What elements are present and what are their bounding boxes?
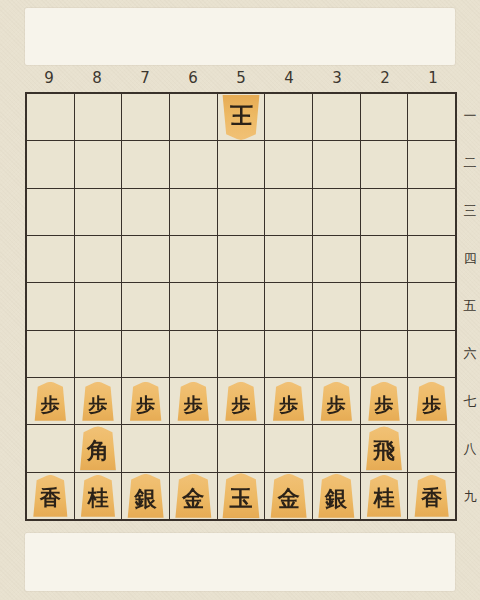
square-8e[interactable] — [75, 283, 122, 329]
square-7b[interactable] — [122, 141, 169, 187]
piece-sente-pawn[interactable]: 歩 — [129, 382, 163, 421]
file-label-2: 2 — [361, 66, 409, 90]
square-7e[interactable] — [122, 283, 169, 329]
piece-sente-bishop[interactable]: 角 — [78, 426, 117, 470]
rank-label-2: 二 — [460, 140, 480, 188]
square-4f[interactable] — [265, 331, 312, 377]
piece-sente-pawn[interactable]: 歩 — [224, 382, 258, 421]
square-8g[interactable]: 歩 — [75, 378, 122, 424]
square-3c[interactable] — [313, 189, 360, 235]
square-8d[interactable] — [75, 236, 122, 282]
piece-kanji: 歩 — [374, 389, 393, 414]
piece-kanji: 玉 — [229, 481, 252, 510]
square-9f[interactable] — [27, 331, 74, 377]
square-7g[interactable]: 歩 — [122, 378, 169, 424]
rank-label-5: 五 — [460, 283, 480, 331]
square-5c[interactable] — [218, 189, 265, 235]
square-1b[interactable] — [408, 141, 455, 187]
square-4h[interactable] — [265, 425, 312, 471]
rank-label-4: 四 — [460, 235, 480, 283]
square-6b[interactable] — [170, 141, 217, 187]
piece-sente-knight[interactable]: 桂 — [365, 475, 402, 517]
piece-sente-knight[interactable]: 桂 — [79, 475, 116, 517]
square-6c[interactable] — [170, 189, 217, 235]
square-5g[interactable]: 歩 — [218, 378, 265, 424]
rank-label-9: 九 — [460, 473, 480, 521]
square-1h[interactable] — [408, 425, 455, 471]
piece-sente-rook[interactable]: 飛 — [364, 426, 403, 470]
square-8f[interactable] — [75, 331, 122, 377]
square-6d[interactable] — [170, 236, 217, 282]
square-6f[interactable] — [170, 331, 217, 377]
piece-kanji: 歩 — [41, 389, 60, 414]
piece-sente-pawn[interactable]: 歩 — [367, 382, 401, 421]
piece-sente-gold[interactable]: 金 — [269, 474, 308, 518]
square-1a[interactable] — [408, 94, 455, 140]
square-1i[interactable]: 香 — [408, 473, 455, 519]
square-6h[interactable] — [170, 425, 217, 471]
square-1e[interactable] — [408, 283, 455, 329]
file-label-5: 5 — [217, 66, 265, 90]
piece-kanji: 金 — [278, 482, 300, 510]
square-2c[interactable] — [361, 189, 408, 235]
rank-label-8: 八 — [460, 426, 480, 474]
piece-kanji: 角 — [87, 434, 109, 462]
square-5f[interactable] — [218, 331, 265, 377]
shogi-app: { "game": "shogi", "position": { "sfen":… — [0, 0, 480, 600]
piece-sente-pawn[interactable]: 歩 — [33, 382, 67, 421]
square-5i[interactable]: 玉 — [218, 473, 265, 519]
square-9d[interactable] — [27, 236, 74, 282]
square-4i[interactable]: 金 — [265, 473, 312, 519]
piece-kanji: 桂 — [87, 482, 108, 509]
square-7f[interactable] — [122, 331, 169, 377]
rank-labels: 一二三四五六七八九 — [460, 92, 480, 521]
piece-kanji: 歩 — [422, 389, 441, 414]
square-3d[interactable] — [313, 236, 360, 282]
piece-sente-pawn[interactable]: 歩 — [415, 382, 449, 421]
file-label-1: 1 — [409, 66, 457, 90]
square-2e[interactable] — [361, 283, 408, 329]
square-5a[interactable]: 王 — [218, 94, 265, 140]
square-4a[interactable] — [265, 94, 312, 140]
square-3h[interactable] — [313, 425, 360, 471]
square-6g[interactable]: 歩 — [170, 378, 217, 424]
square-7h[interactable] — [122, 425, 169, 471]
square-7i[interactable]: 銀 — [122, 473, 169, 519]
square-9b[interactable] — [27, 141, 74, 187]
square-9i[interactable]: 香 — [27, 473, 74, 519]
square-8a[interactable] — [75, 94, 122, 140]
piece-kanji: 銀 — [135, 482, 157, 510]
square-2d[interactable] — [361, 236, 408, 282]
piece-kanji: 歩 — [184, 389, 203, 414]
piece-kanji: 歩 — [279, 389, 298, 414]
piece-kanji: 歩 — [136, 389, 155, 414]
piece-kanji: 王 — [229, 103, 252, 132]
piece-sente-silver[interactable]: 銀 — [126, 474, 165, 518]
square-2g[interactable]: 歩 — [361, 378, 408, 424]
file-label-6: 6 — [169, 66, 217, 90]
square-5d[interactable] — [218, 236, 265, 282]
square-8i[interactable]: 桂 — [75, 473, 122, 519]
square-4g[interactable]: 歩 — [265, 378, 312, 424]
square-6a[interactable] — [170, 94, 217, 140]
piece-kanji: 歩 — [231, 389, 250, 414]
square-7c[interactable] — [122, 189, 169, 235]
square-8c[interactable] — [75, 189, 122, 235]
square-4c[interactable] — [265, 189, 312, 235]
piece-kanji: 香 — [421, 482, 442, 509]
square-3f[interactable] — [313, 331, 360, 377]
square-6i[interactable]: 金 — [170, 473, 217, 519]
square-9e[interactable] — [27, 283, 74, 329]
piece-sente-pawn[interactable]: 歩 — [272, 382, 306, 421]
square-9h[interactable] — [27, 425, 74, 471]
square-3b[interactable] — [313, 141, 360, 187]
piece-kanji: 歩 — [88, 389, 107, 414]
piece-kanji: 香 — [40, 482, 61, 509]
piece-sente-silver[interactable]: 銀 — [317, 474, 356, 518]
piece-sente-lance[interactable]: 香 — [413, 475, 450, 517]
piece-sente-pawn[interactable]: 歩 — [319, 382, 353, 421]
square-9c[interactable] — [27, 189, 74, 235]
piece-kanji: 桂 — [373, 482, 394, 509]
square-3a[interactable] — [313, 94, 360, 140]
square-3g[interactable]: 歩 — [313, 378, 360, 424]
piece-kanji: 歩 — [327, 389, 346, 414]
file-label-4: 4 — [265, 66, 313, 90]
square-2a[interactable] — [361, 94, 408, 140]
sente-piece-stand[interactable] — [25, 533, 455, 591]
piece-kanji: 飛 — [373, 434, 395, 462]
square-5b[interactable] — [218, 141, 265, 187]
square-1d[interactable] — [408, 236, 455, 282]
rank-label-1: 一 — [460, 92, 480, 140]
file-label-8: 8 — [73, 66, 121, 90]
square-5e[interactable] — [218, 283, 265, 329]
piece-sente-king[interactable]: 玉 — [221, 473, 261, 518]
piece-kanji: 銀 — [325, 482, 347, 510]
square-4d[interactable] — [265, 236, 312, 282]
file-label-7: 7 — [121, 66, 169, 90]
square-3i[interactable]: 銀 — [313, 473, 360, 519]
piece-sente-pawn[interactable]: 歩 — [81, 382, 115, 421]
piece-sente-pawn[interactable]: 歩 — [176, 382, 210, 421]
gote-piece-stand[interactable] — [25, 8, 455, 65]
square-3e[interactable] — [313, 283, 360, 329]
square-7a[interactable] — [122, 94, 169, 140]
square-8h[interactable]: 角 — [75, 425, 122, 471]
file-label-9: 9 — [25, 66, 73, 90]
square-2f[interactable] — [361, 331, 408, 377]
square-8b[interactable] — [75, 141, 122, 187]
piece-sente-gold[interactable]: 金 — [174, 474, 213, 518]
square-1c[interactable] — [408, 189, 455, 235]
square-1f[interactable] — [408, 331, 455, 377]
square-2b[interactable] — [361, 141, 408, 187]
rank-label-7: 七 — [460, 378, 480, 426]
square-4e[interactable] — [265, 283, 312, 329]
rank-label-6: 六 — [460, 330, 480, 378]
square-7d[interactable] — [122, 236, 169, 282]
file-label-3: 3 — [313, 66, 361, 90]
file-labels: 987654321 — [25, 66, 457, 90]
piece-sente-lance[interactable]: 香 — [32, 475, 69, 517]
square-2h[interactable]: 飛 — [361, 425, 408, 471]
square-1g[interactable]: 歩 — [408, 378, 455, 424]
square-9g[interactable]: 歩 — [27, 378, 74, 424]
square-6e[interactable] — [170, 283, 217, 329]
board-grid: 王歩歩歩歩歩歩歩歩歩角飛香桂銀金玉金銀桂香 — [25, 92, 457, 521]
square-9a[interactable] — [27, 94, 74, 140]
rank-label-3: 三 — [460, 187, 480, 235]
square-4b[interactable] — [265, 141, 312, 187]
piece-gote-king[interactable]: 王 — [221, 95, 261, 140]
piece-kanji: 金 — [182, 482, 204, 510]
square-5h[interactable] — [218, 425, 265, 471]
square-2i[interactable]: 桂 — [361, 473, 408, 519]
